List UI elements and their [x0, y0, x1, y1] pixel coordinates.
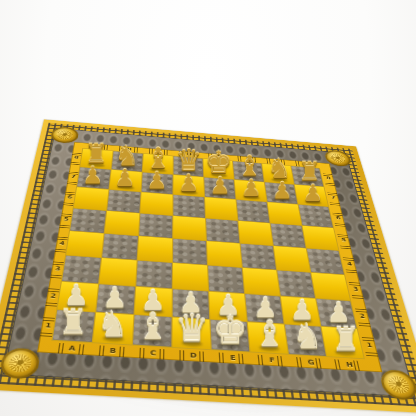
rank-label: 7: [326, 187, 341, 208]
white-rook[interactable]: ♜: [330, 323, 360, 356]
piece-anchor: ♞: [93, 314, 133, 343]
square-e6[interactable]: [205, 197, 237, 220]
square-b1[interactable]: ♞: [93, 313, 134, 345]
square-b4[interactable]: [102, 234, 138, 260]
white-king[interactable]: ♚: [213, 310, 248, 349]
medusa-medallion-icon: [378, 369, 416, 400]
medusa-face-icon: [7, 354, 33, 373]
file-label: E: [213, 352, 253, 365]
piece-anchor: ♝: [248, 323, 288, 353]
file-label: D: [173, 350, 213, 363]
warrior-relief-frame: ABCDEFGH ABCDEFGH 87654321 87654321 ♜♞♝♛…: [3, 128, 416, 397]
rank-label: 4: [342, 252, 359, 277]
square-h6[interactable]: [298, 205, 333, 228]
piece-anchor: ♜: [53, 313, 95, 341]
piece-anchor: ♛: [173, 317, 211, 349]
rank-label: 8: [322, 169, 336, 189]
square-e7[interactable]: ♟: [204, 177, 235, 199]
piece-anchor: ♟: [173, 179, 204, 196]
file-label: G: [291, 357, 331, 370]
piece-anchor: ♜: [322, 329, 363, 357]
file-label: H: [330, 359, 371, 372]
file-label: F: [252, 354, 292, 367]
square-a1[interactable]: ♜: [53, 310, 95, 342]
medusa-medallion-icon: [0, 347, 41, 379]
rank-label: 5: [336, 229, 352, 253]
square-d7[interactable]: ♟: [173, 175, 204, 197]
piece-anchor: ♟: [235, 184, 267, 201]
square-g1[interactable]: ♞: [285, 325, 326, 357]
square-a7[interactable]: ♟: [77, 167, 111, 189]
white-bishop[interactable]: ♝: [253, 316, 285, 352]
chess-board: ABCDEFGH ABCDEFGH 87654321 87654321 ♜♞♝♛…: [0, 119, 416, 413]
piece-anchor: ♝: [133, 316, 172, 346]
square-f7[interactable]: ♟: [235, 180, 267, 202]
square-g5[interactable]: [271, 223, 306, 247]
square-d1[interactable]: ♛: [173, 317, 211, 349]
scene: ABCDEFGH ABCDEFGH 87654321 87654321 ♜♞♝♛…: [0, 0, 416, 416]
white-bishop[interactable]: ♝: [136, 309, 168, 345]
piece-anchor: ♟: [204, 181, 235, 198]
square-c1[interactable]: ♝: [133, 315, 172, 347]
piece-anchor: ♞: [285, 326, 326, 355]
piece-anchor: ♟: [295, 189, 327, 206]
white-knight[interactable]: ♞: [97, 307, 129, 342]
rank-label: 6: [331, 208, 346, 230]
file-label: B: [92, 345, 134, 358]
square-f6[interactable]: [236, 200, 269, 223]
square-h1[interactable]: ♜: [321, 327, 363, 358]
black-pawn[interactable]: ♟: [210, 174, 231, 197]
square-a6[interactable]: [74, 187, 109, 210]
white-rook[interactable]: ♜: [57, 306, 88, 340]
square-h5[interactable]: [302, 226, 338, 250]
white-knight[interactable]: ♞: [292, 320, 323, 354]
medusa-face-icon: [56, 130, 74, 141]
square-a5[interactable]: [70, 208, 106, 233]
file-label: C: [133, 347, 174, 360]
square-c6[interactable]: [140, 192, 172, 215]
black-pawn[interactable]: ♟: [147, 169, 168, 192]
photo-canvas: ABCDEFGH ABCDEFGH 87654321 87654321 ♜♞♝♛…: [0, 0, 416, 416]
square-g7[interactable]: ♟: [265, 182, 298, 204]
piece-anchor: ♟: [265, 186, 297, 203]
black-pawn[interactable]: ♟: [178, 171, 199, 194]
medusa-face-icon: [386, 375, 411, 394]
square-d6[interactable]: [173, 195, 205, 218]
black-pawn[interactable]: ♟: [115, 166, 136, 190]
medusa-face-icon: [329, 153, 346, 164]
square-c5[interactable]: [139, 214, 172, 238]
square-g4[interactable]: [274, 246, 310, 272]
square-f5[interactable]: [238, 221, 272, 245]
rank-label: 6: [63, 187, 77, 209]
square-h7[interactable]: ♟: [295, 185, 328, 207]
square-c7[interactable]: ♟: [142, 172, 173, 194]
square-b6[interactable]: [107, 190, 140, 213]
piece-anchor: ♚: [210, 318, 249, 351]
square-d4[interactable]: [173, 239, 207, 265]
square-f1[interactable]: ♝: [248, 322, 288, 354]
black-pawn[interactable]: ♟: [272, 179, 293, 202]
square-h4[interactable]: [307, 249, 344, 275]
square-d5[interactable]: [173, 216, 206, 240]
square-b5[interactable]: [105, 211, 140, 235]
square-f4[interactable]: [241, 244, 277, 270]
square-b7[interactable]: ♟: [109, 170, 141, 192]
square-e5[interactable]: [206, 219, 239, 243]
square-e1[interactable]: ♚: [210, 320, 249, 352]
piece-anchor: ♟: [110, 174, 142, 191]
white-queen[interactable]: ♛: [174, 309, 208, 347]
piece-anchor: ♟: [77, 171, 110, 188]
black-pawn[interactable]: ♟: [303, 182, 324, 205]
squares-grid: ♜♞♝♛♚♝♞♜♟♟♟♟♟♟♟♟♟♟♟♟♟♟♟♟♜♞♝♛♚♝♞♜: [53, 149, 364, 359]
coordinate-strip: ABCDEFGH ABCDEFGH 87654321 87654321 ♜♞♝♛…: [37, 142, 382, 372]
file-label: A: [50, 343, 93, 356]
square-a4[interactable]: [66, 231, 103, 257]
black-pawn[interactable]: ♟: [241, 177, 262, 200]
greek-key-border-band: ABCDEFGH ABCDEFGH 87654321 87654321 ♜♞♝♛…: [0, 123, 416, 407]
square-e4[interactable]: [207, 241, 242, 267]
square-c4[interactable]: [138, 236, 172, 262]
black-pawn[interactable]: ♟: [82, 164, 103, 188]
square-g6[interactable]: [268, 202, 302, 225]
piece-anchor: ♟: [142, 176, 173, 193]
